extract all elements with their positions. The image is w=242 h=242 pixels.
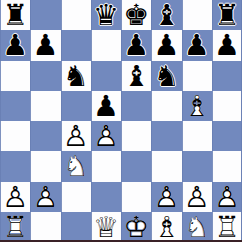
square-c7[interactable] [61, 30, 91, 60]
square-d7[interactable] [91, 30, 121, 60]
black-rook[interactable]: ♜ [212, 0, 242, 30]
white-knight-outline: ♘ [182, 212, 212, 242]
white-pawn[interactable]: ♟♙ [182, 182, 212, 212]
black-pawn-glyph: ♟ [121, 30, 151, 60]
black-pawn-glyph: ♟ [91, 91, 121, 121]
white-queen-outline: ♕ [91, 212, 121, 242]
square-g2[interactable]: ♟♙ [182, 182, 212, 212]
square-e7[interactable]: ♟ [121, 30, 151, 60]
white-rook[interactable]: ♜♖ [0, 212, 30, 242]
square-g5[interactable]: ♝♗ [182, 91, 212, 121]
black-pawn[interactable]: ♟ [151, 30, 181, 60]
black-pawn[interactable]: ♟ [212, 30, 242, 60]
white-rook-outline: ♖ [0, 212, 30, 242]
square-g6[interactable] [182, 61, 212, 91]
black-bishop[interactable]: ♝ [151, 0, 181, 30]
square-h7[interactable]: ♟ [212, 30, 242, 60]
square-e2[interactable] [121, 182, 151, 212]
white-pawn[interactable]: ♟♙ [61, 121, 91, 151]
square-c8[interactable] [61, 0, 91, 30]
square-g1[interactable]: ♞♘ [182, 212, 212, 242]
square-h1[interactable]: ♜♖ [212, 212, 242, 242]
square-d3[interactable] [91, 151, 121, 181]
black-pawn[interactable]: ♟ [0, 30, 30, 60]
white-knight[interactable]: ♞♘ [61, 151, 91, 181]
square-c5[interactable] [61, 91, 91, 121]
square-c4[interactable]: ♟♙ [61, 121, 91, 151]
black-pawn-glyph: ♟ [182, 30, 212, 60]
white-pawn-outline: ♙ [212, 182, 242, 212]
black-pawn[interactable]: ♟ [121, 30, 151, 60]
square-f7[interactable]: ♟ [151, 30, 181, 60]
white-king-outline: ♔ [121, 212, 151, 242]
square-d2[interactable] [91, 182, 121, 212]
white-pawn-outline: ♙ [91, 121, 121, 151]
white-pawn[interactable]: ♟♙ [151, 182, 181, 212]
black-rook-glyph: ♜ [0, 0, 30, 30]
white-pawn[interactable]: ♟♙ [212, 182, 242, 212]
black-pawn[interactable]: ♟ [30, 30, 60, 60]
square-f3[interactable] [151, 151, 181, 181]
white-queen[interactable]: ♛♕ [91, 212, 121, 242]
square-e8[interactable]: ♚ [121, 0, 151, 30]
black-pawn-glyph: ♟ [151, 30, 181, 60]
square-c3[interactable]: ♞♘ [61, 151, 91, 181]
black-king[interactable]: ♚ [121, 0, 151, 30]
white-pawn-outline: ♙ [30, 182, 60, 212]
square-g3[interactable] [182, 151, 212, 181]
square-f5[interactable] [151, 91, 181, 121]
square-h6[interactable] [212, 61, 242, 91]
square-b3[interactable] [30, 151, 60, 181]
black-knight[interactable]: ♞ [61, 61, 91, 91]
square-a3[interactable] [0, 151, 30, 181]
white-knight[interactable]: ♞♘ [182, 212, 212, 242]
square-a1[interactable]: ♜♖ [0, 212, 30, 242]
square-a4[interactable] [0, 121, 30, 151]
white-pawn-outline: ♙ [61, 121, 91, 151]
square-h2[interactable]: ♟♙ [212, 182, 242, 212]
black-bishop-glyph: ♝ [121, 61, 151, 91]
square-d4[interactable]: ♟♙ [91, 121, 121, 151]
black-knight[interactable]: ♞ [151, 61, 181, 91]
square-f6[interactable]: ♞ [151, 61, 181, 91]
white-knight-outline: ♘ [61, 151, 91, 181]
square-b4[interactable] [30, 121, 60, 151]
square-b2[interactable]: ♟♙ [30, 182, 60, 212]
square-h5[interactable] [212, 91, 242, 121]
square-e6[interactable]: ♝ [121, 61, 151, 91]
square-f8[interactable]: ♝ [151, 0, 181, 30]
white-bishop[interactable]: ♝♗ [151, 212, 181, 242]
white-pawn[interactable]: ♟♙ [30, 182, 60, 212]
square-a5[interactable] [0, 91, 30, 121]
square-b5[interactable] [30, 91, 60, 121]
square-e4[interactable] [121, 121, 151, 151]
white-pawn-outline: ♙ [151, 182, 181, 212]
square-e1[interactable]: ♚♔ [121, 212, 151, 242]
white-pawn[interactable]: ♟♙ [91, 121, 121, 151]
black-queen-glyph: ♛ [91, 0, 121, 30]
square-g7[interactable]: ♟ [182, 30, 212, 60]
white-rook[interactable]: ♜♖ [212, 212, 242, 242]
square-b6[interactable] [30, 61, 60, 91]
square-d5[interactable]: ♟ [91, 91, 121, 121]
square-a6[interactable] [0, 61, 30, 91]
square-b8[interactable] [30, 0, 60, 30]
square-h8[interactable]: ♜ [212, 0, 242, 30]
square-g8[interactable] [182, 0, 212, 30]
black-pawn-glyph: ♟ [30, 30, 60, 60]
black-king-glyph: ♚ [121, 0, 151, 30]
black-rook[interactable]: ♜ [0, 0, 30, 30]
black-pawn[interactable]: ♟ [182, 30, 212, 60]
square-a7[interactable]: ♟ [0, 30, 30, 60]
square-e3[interactable] [121, 151, 151, 181]
square-h3[interactable] [212, 151, 242, 181]
black-bishop[interactable]: ♝ [121, 61, 151, 91]
white-rook-outline: ♖ [212, 212, 242, 242]
black-bishop-glyph: ♝ [151, 0, 181, 30]
square-h4[interactable] [212, 121, 242, 151]
black-queen[interactable]: ♛ [91, 0, 121, 30]
square-e5[interactable] [121, 91, 151, 121]
black-pawn-glyph: ♟ [212, 30, 242, 60]
square-d6[interactable] [91, 61, 121, 91]
board-grid: ♜♛♚♝♜♟♟♟♟♟♟♞♝♞♟♝♗♟♙♟♙♞♘♟♙♟♙♟♙♟♙♟♙♜♖♛♕♚♔♝… [0, 0, 242, 242]
white-pawn-outline: ♙ [182, 182, 212, 212]
black-pawn-glyph: ♟ [0, 30, 30, 60]
white-bishop-outline: ♗ [182, 91, 212, 121]
white-pawn[interactable]: ♟♙ [0, 182, 30, 212]
square-f4[interactable] [151, 121, 181, 151]
square-f2[interactable]: ♟♙ [151, 182, 181, 212]
black-pawn[interactable]: ♟ [91, 91, 121, 121]
square-c6[interactable]: ♞ [61, 61, 91, 91]
white-king[interactable]: ♚♔ [121, 212, 151, 242]
square-g4[interactable] [182, 121, 212, 151]
square-d8[interactable]: ♛ [91, 0, 121, 30]
chess-board: ♜♛♚♝♜♟♟♟♟♟♟♞♝♞♟♝♗♟♙♟♙♞♘♟♙♟♙♟♙♟♙♟♙♜♖♛♕♚♔♝… [0, 0, 242, 242]
square-b7[interactable]: ♟ [30, 30, 60, 60]
square-c1[interactable] [61, 212, 91, 242]
square-c2[interactable] [61, 182, 91, 212]
white-pawn-outline: ♙ [0, 182, 30, 212]
black-knight-glyph: ♞ [61, 61, 91, 91]
black-rook-glyph: ♜ [212, 0, 242, 30]
square-f1[interactable]: ♝♗ [151, 212, 181, 242]
square-a8[interactable]: ♜ [0, 0, 30, 30]
square-d1[interactable]: ♛♕ [91, 212, 121, 242]
square-b1[interactable] [30, 212, 60, 242]
white-bishop-outline: ♗ [151, 212, 181, 242]
white-bishop[interactable]: ♝♗ [182, 91, 212, 121]
black-knight-glyph: ♞ [151, 61, 181, 91]
square-a2[interactable]: ♟♙ [0, 182, 30, 212]
